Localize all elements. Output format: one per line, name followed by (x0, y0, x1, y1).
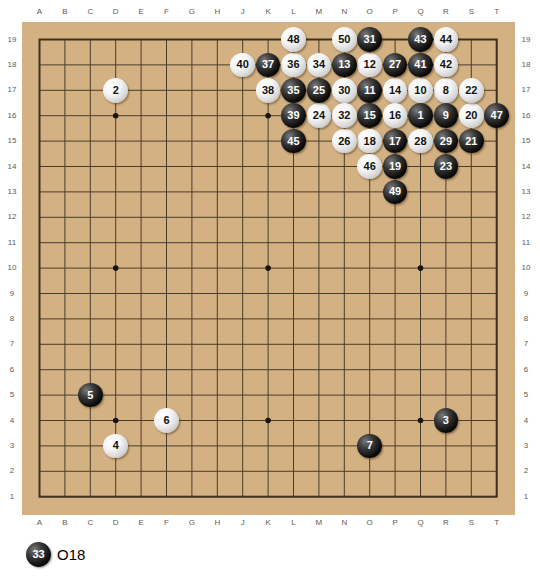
col-label-top-Q: Q (417, 8, 423, 16)
stone-50-N19: 50 (332, 27, 357, 52)
row-label-left-18: 18 (8, 61, 17, 69)
row-label-right-5: 5 (524, 391, 528, 399)
row-label-left-4: 4 (10, 417, 14, 425)
stone-31-O19: 31 (357, 27, 382, 52)
row-label-right-14: 14 (522, 163, 531, 171)
stone-45-L15: 45 (281, 129, 306, 154)
row-label-right-18: 18 (522, 61, 531, 69)
caption-move-number: 33 (32, 549, 44, 560)
col-label-bottom-B: B (62, 519, 67, 527)
row-label-right-19: 19 (522, 36, 531, 44)
row-label-right-11: 11 (522, 239, 530, 247)
stone-25-M17: 25 (307, 78, 332, 103)
row-label-left-1: 1 (10, 493, 14, 501)
row-label-right-16: 16 (522, 112, 531, 120)
stone-13-N18: 13 (332, 53, 357, 78)
col-label-top-O: O (367, 8, 373, 16)
row-label-left-8: 8 (10, 315, 14, 323)
row-label-right-13: 13 (522, 188, 531, 196)
stone-3-R4: 3 (434, 408, 459, 433)
stone-4-D3: 4 (103, 434, 128, 459)
col-label-top-P: P (392, 8, 397, 16)
col-label-top-J: J (241, 8, 245, 16)
col-label-top-H: H (214, 8, 220, 16)
col-label-bottom-D: D (113, 519, 119, 527)
row-label-right-9: 9 (524, 290, 528, 298)
row-label-right-15: 15 (522, 137, 531, 145)
row-label-left-13: 13 (8, 188, 17, 196)
col-label-top-M: M (316, 8, 323, 16)
col-label-bottom-C: C (87, 519, 93, 527)
stone-38-K17: 38 (256, 78, 281, 103)
stone-5-C5: 5 (78, 383, 103, 408)
col-label-top-G: G (189, 8, 195, 16)
stone-19-P14: 19 (383, 154, 408, 179)
stone-36-L18: 36 (281, 53, 306, 78)
stone-46-O14: 46 (357, 154, 382, 179)
stone-10-Q17: 10 (408, 78, 433, 103)
stone-40-J18: 40 (230, 53, 255, 78)
col-label-bottom-Q: Q (417, 519, 423, 527)
stone-32-N16: 32 (332, 103, 357, 128)
row-label-right-3: 3 (524, 442, 528, 450)
col-label-bottom-H: H (214, 519, 220, 527)
col-label-bottom-L: L (291, 519, 295, 527)
row-label-left-14: 14 (8, 163, 17, 171)
col-label-bottom-F: F (164, 519, 169, 527)
stone-47-T16: 47 (484, 103, 509, 128)
col-label-top-E: E (138, 8, 143, 16)
stone-20-S16: 20 (459, 103, 484, 128)
col-label-bottom-T: T (494, 519, 499, 527)
stone-35-L17: 35 (281, 78, 306, 103)
row-label-left-15: 15 (8, 137, 17, 145)
row-label-right-7: 7 (524, 340, 528, 348)
col-label-top-T: T (494, 8, 499, 16)
stone-22-S17: 22 (459, 78, 484, 103)
col-label-top-R: R (443, 8, 449, 16)
caption-point: O18 (57, 546, 85, 563)
stone-21-S15: 21 (459, 129, 484, 154)
col-label-bottom-S: S (469, 519, 474, 527)
caption-stone: 33 (26, 542, 51, 567)
row-label-left-16: 16 (8, 112, 17, 120)
col-label-top-D: D (113, 8, 119, 16)
col-label-top-B: B (62, 8, 67, 16)
stone-23-R14: 23 (434, 154, 459, 179)
stone-8-R17: 8 (434, 78, 459, 103)
row-label-left-7: 7 (10, 340, 14, 348)
row-label-right-6: 6 (524, 366, 528, 374)
col-label-bottom-J: J (241, 519, 245, 527)
row-label-left-5: 5 (10, 391, 14, 399)
stone-28-Q15: 28 (408, 129, 433, 154)
stone-39-L16: 39 (281, 103, 306, 128)
row-label-left-17: 17 (8, 86, 17, 94)
col-label-top-A: A (37, 8, 42, 16)
row-label-right-1: 1 (524, 493, 528, 501)
stone-1-Q16: 1 (408, 103, 433, 128)
col-label-top-K: K (265, 8, 270, 16)
stone-26-N15: 26 (332, 129, 357, 154)
stone-24-M16: 24 (307, 103, 332, 128)
row-label-left-6: 6 (10, 366, 14, 374)
stone-43-Q19: 43 (408, 27, 433, 52)
row-label-right-4: 4 (524, 417, 528, 425)
col-label-top-L: L (291, 8, 295, 16)
col-label-bottom-N: N (341, 519, 347, 527)
col-label-top-N: N (341, 8, 347, 16)
row-label-right-12: 12 (522, 213, 531, 221)
stone-11-O17: 11 (357, 78, 382, 103)
row-label-left-9: 9 (10, 290, 14, 298)
col-label-top-F: F (164, 8, 169, 16)
stone-15-O16: 15 (357, 103, 382, 128)
stone-7-O3: 7 (357, 434, 382, 459)
move-caption: 33 O18 (26, 541, 85, 567)
row-label-right-10: 10 (522, 264, 531, 272)
row-label-left-11: 11 (8, 239, 16, 247)
stone-41-Q18: 41 (408, 53, 433, 78)
col-label-bottom-R: R (443, 519, 449, 527)
stone-44-R19: 44 (434, 27, 459, 52)
row-label-right-2: 2 (524, 467, 528, 475)
col-label-bottom-E: E (138, 519, 143, 527)
stone-2-D17: 2 (103, 78, 128, 103)
col-label-top-C: C (87, 8, 93, 16)
row-label-left-10: 10 (8, 264, 17, 272)
row-label-left-2: 2 (10, 467, 14, 475)
row-label-left-12: 12 (8, 213, 17, 221)
row-label-right-17: 17 (522, 86, 531, 94)
stone-48-L19: 48 (281, 27, 306, 52)
stone-6-F4: 6 (154, 408, 179, 433)
stone-14-P17: 14 (383, 78, 408, 103)
row-label-right-8: 8 (524, 315, 528, 323)
col-label-bottom-K: K (265, 519, 270, 527)
col-label-bottom-G: G (189, 519, 195, 527)
stone-30-N17: 30 (332, 78, 357, 103)
col-label-bottom-A: A (37, 519, 42, 527)
row-label-left-19: 19 (8, 36, 17, 44)
col-label-bottom-O: O (367, 519, 373, 527)
col-label-top-S: S (469, 8, 474, 16)
col-label-bottom-M: M (316, 519, 323, 527)
stone-12-O18: 12 (357, 53, 382, 78)
stone-9-R16: 9 (434, 103, 459, 128)
row-label-left-3: 3 (10, 442, 14, 450)
col-label-bottom-P: P (392, 519, 397, 527)
